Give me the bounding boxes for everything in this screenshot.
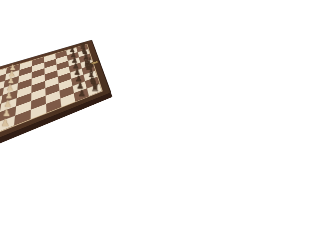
- chess-set-photo: ♜♟♟♜♞♟♟♞♝♟♟♝♛♟♟♛♚♟♟♚♝♟♟♝♞♟♟♞♜♟♟♜: [0, 0, 95, 126]
- board-square: [19, 61, 32, 70]
- board-square: [44, 64, 57, 74]
- board-square: ♟: [6, 64, 20, 74]
- board-square: ♟: [66, 47, 78, 55]
- board-square: [32, 74, 45, 85]
- board-square: ♚: [82, 65, 95, 75]
- board-square: ♟: [5, 70, 19, 81]
- white-pawn: ♟: [3, 109, 12, 119]
- black-pawn: ♟: [74, 69, 81, 77]
- black-bishop: ♝: [82, 51, 90, 60]
- board-square: [19, 66, 32, 76]
- black-pawn: ♟: [78, 89, 86, 98]
- black-bishop: ♝: [86, 68, 95, 78]
- board-square: ♝: [83, 71, 95, 82]
- white-pawn: ♟: [1, 118, 10, 126]
- white-pawn: ♟: [6, 84, 14, 92]
- board-grid: ♜♟♟♜♞♟♟♞♝♟♟♝♛♟♟♛♚♟♟♚♝♟♟♝♞♟♟♞♜♟♟♜: [0, 44, 95, 126]
- board-square: [56, 61, 69, 71]
- board-square: [32, 62, 45, 72]
- board-square: [32, 68, 45, 78]
- black-pawn: ♟: [70, 52, 76, 59]
- board-square: ♟: [68, 57, 80, 66]
- white-pawn: ♟: [8, 70, 15, 78]
- board-square: [56, 56, 68, 65]
- white-pawn: ♟: [9, 64, 16, 72]
- board-square: [60, 93, 75, 107]
- black-king: ♚: [84, 61, 94, 72]
- board-square: ♟: [71, 75, 85, 86]
- white-pawn: ♟: [4, 100, 12, 109]
- white-knight: ♞: [0, 73, 2, 83]
- board-square: ♟: [67, 52, 79, 61]
- board-square: [45, 70, 58, 81]
- black-pawn: ♟: [69, 47, 75, 54]
- black-queen: ♛: [83, 56, 92, 66]
- board-square: ♜: [77, 44, 89, 52]
- board-square: [44, 54, 56, 63]
- board-square: [55, 51, 67, 59]
- black-pawn: ♟: [73, 63, 80, 71]
- board-square: ♜: [0, 68, 7, 78]
- black-pawn: ♟: [71, 57, 78, 64]
- board-tilt-plane: ♜♟♟♜♞♟♟♞♝♟♟♝♛♟♟♛♚♟♟♚♝♟♟♝♞♟♟♞♜♟♟♜: [0, 40, 95, 126]
- chess-board: ♜♟♟♜♞♟♟♞♝♟♟♝♛♟♟♛♚♟♟♚♝♟♟♝♞♟♟♞♜♟♟♜: [0, 16, 95, 126]
- board-square: [32, 57, 44, 66]
- board-square: [57, 66, 70, 76]
- black-pawn: ♟: [75, 75, 82, 83]
- board-square: ♟: [70, 69, 83, 79]
- board-square: ♟: [69, 63, 82, 73]
- metal-clasp-icon: [89, 61, 95, 66]
- black-knight: ♞: [89, 76, 95, 86]
- white-rook: ♜: [0, 66, 4, 75]
- black-knight: ♞: [81, 47, 88, 55]
- board-square: ♞: [78, 49, 90, 57]
- board-square: ♝: [79, 54, 91, 63]
- board-square: [44, 59, 56, 68]
- board-square: ♛: [80, 59, 93, 68]
- black-rook: ♜: [79, 42, 86, 50]
- board-frame: ♜♟♟♜♞♟♟♞♝♟♟♝♛♟♟♛♚♟♟♚♝♟♟♝♞♟♟♞♜♟♟♜: [0, 40, 95, 126]
